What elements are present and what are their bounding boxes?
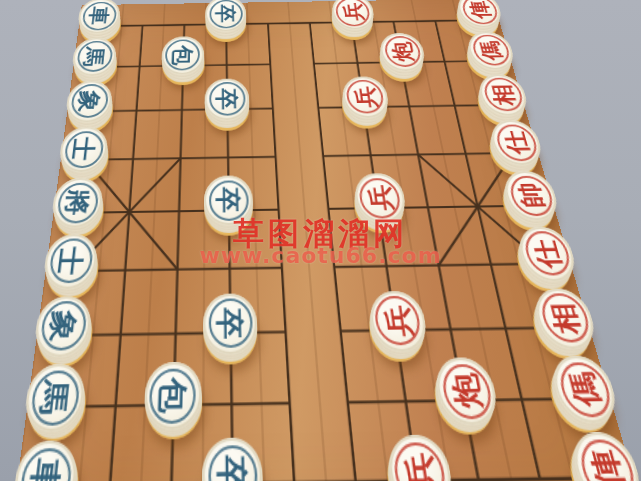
board-rotation-wrapper: 車馬象士將士象馬車包包卒卒卒卒卒兵兵兵兵兵炮炮俥傌相仕帥仕相傌俥 xyxy=(0,0,641,481)
piece-face: 卒 xyxy=(204,175,254,225)
piece-face: 傌 xyxy=(464,31,517,69)
piece-character: 士 xyxy=(57,126,109,172)
piece-red-chariot-2[interactable]: 俥 xyxy=(562,440,641,481)
piece-face: 車 xyxy=(76,0,121,33)
piece-face: 卒 xyxy=(204,78,249,120)
piece-character: 車 xyxy=(10,440,79,481)
xiangqi-board[interactable]: 車馬象士將士象馬車包包卒卒卒卒卒兵兵兵兵兵炮炮俥傌相仕帥仕相傌俥 xyxy=(9,0,641,481)
piece-blue-soldier-3[interactable]: 卒 xyxy=(204,185,253,235)
piece-face: 兵 xyxy=(384,434,455,481)
piece-character: 相 xyxy=(475,73,531,115)
piece-face: 相 xyxy=(475,73,531,115)
piece-character: 傌 xyxy=(464,31,517,69)
piece-blue-horse-2[interactable]: 馬 xyxy=(24,373,88,441)
piece-face: 卒 xyxy=(205,0,246,31)
piece-character: 卒 xyxy=(204,78,249,120)
piece-face: 包 xyxy=(160,36,204,75)
piece-character: 兵 xyxy=(340,75,390,117)
piece-face: 兵 xyxy=(330,0,376,29)
piece-face: 車 xyxy=(10,440,79,481)
piece-face: 將 xyxy=(49,177,103,227)
piece-face: 士 xyxy=(41,233,98,289)
perspective-container: 車馬象士將士象馬車包包卒卒卒卒卒兵兵兵兵兵炮炮俥傌相仕帥仕相傌俥 xyxy=(0,0,641,481)
piece-face: 俥 xyxy=(454,0,504,27)
piece-character: 兵 xyxy=(352,172,408,222)
piece-blue-general[interactable]: 將 xyxy=(52,188,106,238)
piece-blue-soldier-5[interactable]: 卒 xyxy=(202,446,263,481)
piece-face: 卒 xyxy=(202,437,264,481)
piece-red-cannon-2[interactable]: 炮 xyxy=(430,367,498,435)
piece-character: 車 xyxy=(76,0,121,33)
piece-character: 兵 xyxy=(384,434,455,481)
piece-character: 卒 xyxy=(202,437,264,481)
piece-red-soldier-1[interactable]: 兵 xyxy=(329,4,374,40)
piece-character: 兵 xyxy=(366,290,429,351)
piece-character: 象 xyxy=(32,295,93,357)
piece-face: 兵 xyxy=(352,172,408,222)
piece-blue-cannon-2[interactable]: 包 xyxy=(143,371,201,439)
piece-character: 馬 xyxy=(70,37,117,76)
piece-red-soldier-5[interactable]: 兵 xyxy=(382,443,452,481)
piece-blue-cannon-1[interactable]: 包 xyxy=(161,46,204,85)
piece-character: 包 xyxy=(142,361,201,430)
piece-character: 象 xyxy=(64,80,113,122)
piece-blue-advisor-2[interactable]: 士 xyxy=(43,243,100,298)
piece-face: 馬 xyxy=(70,37,117,76)
piece-character: 士 xyxy=(41,233,98,289)
piece-character: 將 xyxy=(49,177,103,227)
piece-character: 包 xyxy=(160,36,204,75)
scene: 車馬象士將士象馬車包包卒卒卒卒卒兵兵兵兵兵炮炮俥傌相仕帥仕相傌俥 草图溜溜网 w… xyxy=(0,0,641,481)
piece-character: 俥 xyxy=(566,431,641,481)
piece-face: 兵 xyxy=(366,290,429,351)
piece-character: 卒 xyxy=(204,175,254,225)
piece-character: 兵 xyxy=(330,0,376,29)
piece-blue-chariot-2[interactable]: 車 xyxy=(13,449,81,481)
piece-face: 象 xyxy=(64,80,113,122)
piece-character: 炮 xyxy=(378,32,428,70)
piece-face: 士 xyxy=(57,126,109,172)
piece-face: 俥 xyxy=(566,431,641,481)
piece-face: 卒 xyxy=(203,292,258,354)
piece-face: 象 xyxy=(32,295,93,357)
piece-face: 兵 xyxy=(340,75,390,117)
piece-face: 包 xyxy=(142,361,201,430)
piece-face: 馬 xyxy=(21,363,86,432)
piece-blue-soldier-1[interactable]: 卒 xyxy=(205,6,246,42)
piece-face: 炮 xyxy=(378,32,428,70)
piece-character: 俥 xyxy=(454,0,504,27)
piece-character: 卒 xyxy=(205,0,246,31)
piece-character: 卒 xyxy=(203,292,258,354)
piece-character: 馬 xyxy=(21,363,86,432)
